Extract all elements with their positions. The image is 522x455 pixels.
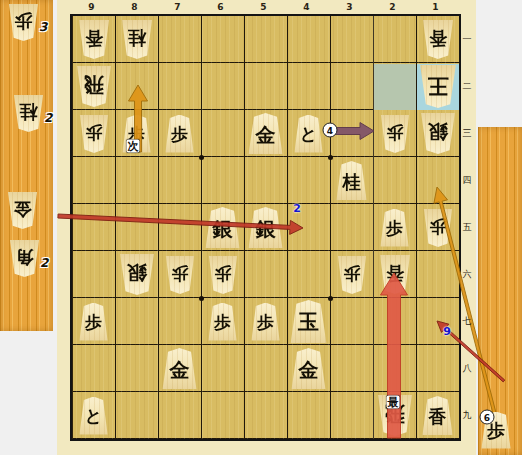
sente-piece-金-53[interactable]: 金 [248, 113, 284, 154]
gote-hand-stand [0, 0, 53, 331]
board-star-point [199, 296, 204, 301]
sente-piece-歩-67[interactable]: 歩 [208, 303, 238, 341]
sente-piece-歩-25[interactable]: 歩 [380, 209, 410, 247]
piece-glyph: 歩 [214, 265, 231, 282]
hand-piece-count: 2 [40, 256, 48, 270]
annotation-move-number-9: 9 [443, 325, 451, 338]
sente-piece-歩-73[interactable]: 歩 [165, 115, 195, 153]
gote-piece-歩-36[interactable]: 歩 [337, 256, 367, 294]
file-label-7: 7 [156, 2, 199, 12]
piece-glyph: 金 [170, 360, 190, 380]
piece-glyph: 桂 [343, 173, 361, 191]
sente-piece-と-99[interactable]: と [79, 397, 109, 435]
rank-label-5: 五 [459, 204, 475, 251]
sente-piece-金-48[interactable]: 金 [291, 348, 327, 389]
piece-glyph: 歩 [85, 124, 102, 141]
gote-piece-歩-23[interactable]: 歩 [380, 115, 410, 153]
annotation-move-number-2: 2 [293, 202, 301, 215]
piece-glyph: 香 [386, 265, 404, 283]
piece-glyph: 歩 [171, 126, 188, 143]
piece-glyph: 歩 [14, 12, 32, 30]
piece-glyph: 飛 [84, 76, 104, 96]
file-label-8: 8 [113, 2, 156, 12]
annotation-circled-number-4: 4 [323, 123, 338, 138]
file-label-5: 5 [242, 2, 285, 12]
piece-glyph: 銀 [213, 219, 233, 239]
file-label-1: 1 [414, 2, 457, 12]
file-label-3: 3 [328, 2, 371, 12]
sente-piece-銀-55[interactable]: 銀 [248, 207, 284, 248]
sente-piece-金-78[interactable]: 金 [162, 348, 198, 389]
gote-piece-歩-66[interactable]: 歩 [208, 256, 238, 294]
gote-piece-香-11[interactable]: 香 [422, 20, 454, 59]
rank-label-4: 四 [459, 157, 475, 204]
piece-glyph: 桂 [19, 103, 37, 121]
shogi-app-view: 香桂香飛王歩歩歩金と歩銀桂銀銀歩歩銀歩歩歩香歩歩歩玉金金と飛香 98765432… [0, 0, 522, 455]
annotation-tag-最: 最 [387, 396, 400, 409]
gote-piece-香-26[interactable]: 香 [379, 255, 411, 294]
shogi-board[interactable]: 香桂香飛王歩歩歩金と歩銀桂銀銀歩歩銀歩歩歩香歩歩歩玉金金と飛香 [70, 14, 461, 441]
gote-piece-飛-92[interactable]: 飛 [76, 66, 112, 107]
piece-glyph: 玉 [298, 312, 319, 333]
gote-piece-歩-15[interactable]: 歩 [423, 209, 453, 247]
piece-glyph: 金 [299, 360, 319, 380]
gote-piece-銀-86[interactable]: 銀 [119, 254, 155, 295]
file-label-4: 4 [285, 2, 328, 12]
piece-glyph: 香 [85, 30, 103, 48]
file-label-9: 9 [70, 2, 113, 12]
piece-glyph: と [300, 126, 317, 143]
rank-label-1: 一 [459, 16, 475, 63]
piece-glyph: 金 [256, 125, 276, 145]
piece-glyph: 歩 [386, 220, 403, 237]
gote-piece-香-91[interactable]: 香 [78, 20, 110, 59]
sente-piece-銀-65[interactable]: 銀 [205, 207, 241, 248]
piece-glyph: 歩 [85, 314, 102, 331]
rank-label-2: 二 [459, 63, 475, 110]
gote-piece-歩-76[interactable]: 歩 [165, 256, 195, 294]
piece-glyph: 歩 [257, 314, 274, 331]
piece-glyph: 桂 [128, 30, 146, 48]
rank-label-7: 七 [459, 298, 475, 345]
rank-label-3: 三 [459, 110, 475, 157]
piece-glyph: 歩 [386, 124, 403, 141]
board-star-point [328, 296, 333, 301]
gote-piece-銀-13[interactable]: 銀 [420, 113, 456, 154]
piece-glyph: 歩 [171, 265, 188, 282]
gote-piece-桂-81[interactable]: 桂 [121, 20, 153, 59]
piece-glyph: 王 [427, 75, 448, 96]
piece-glyph: 香 [429, 30, 447, 48]
file-label-6: 6 [199, 2, 242, 12]
annotation-circled-number-6: 6 [480, 410, 495, 425]
piece-glyph: 歩 [487, 422, 505, 440]
sente-piece-香-19[interactable]: 香 [422, 396, 454, 435]
board-star-point [199, 155, 204, 160]
piece-glyph: 銀 [256, 219, 276, 239]
last-move-highlight-22 [374, 64, 416, 110]
piece-glyph: 歩 [429, 218, 446, 235]
board-star-point [328, 155, 333, 160]
sente-piece-桂-34[interactable]: 桂 [336, 161, 368, 200]
piece-glyph: 角 [15, 248, 33, 266]
hand-piece-count: 2 [44, 111, 52, 125]
sente-piece-歩-97[interactable]: 歩 [79, 303, 109, 341]
hand-piece-count: 3 [39, 20, 47, 34]
piece-glyph: 香 [429, 408, 447, 426]
sente-piece-歩-57[interactable]: 歩 [251, 303, 281, 341]
rank-label-8: 八 [459, 345, 475, 392]
piece-glyph: 金 [13, 200, 31, 218]
gote-piece-歩-93[interactable]: 歩 [79, 115, 109, 153]
piece-glyph: 銀 [127, 264, 147, 284]
piece-glyph: と [85, 408, 102, 425]
piece-glyph: 歩 [214, 314, 231, 331]
sente-piece-玉-47[interactable]: 玉 [290, 300, 328, 343]
piece-glyph: 歩 [343, 265, 360, 282]
rank-label-6: 六 [459, 251, 475, 298]
annotation-tag-次: 次 [127, 140, 140, 153]
piece-glyph: 銀 [428, 123, 448, 143]
file-label-2: 2 [371, 2, 414, 12]
rank-label-9: 九 [459, 392, 475, 439]
sente-piece-と-43[interactable]: と [294, 115, 324, 153]
sente-hand-stand [478, 127, 522, 455]
